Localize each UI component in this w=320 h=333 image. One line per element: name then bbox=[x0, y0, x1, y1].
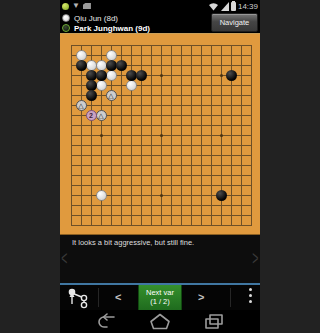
black-stone[interactable] bbox=[126, 70, 137, 81]
notification-icons: ▼ bbox=[62, 1, 91, 11]
variation-stone[interactable]: 2 bbox=[86, 110, 97, 121]
home-icon[interactable] bbox=[148, 313, 172, 330]
black-player-name: Park Junghwan (9d) bbox=[74, 24, 150, 33]
white-stone-icon bbox=[62, 14, 70, 22]
battery-icon bbox=[231, 2, 236, 11]
next-var-label: Next var bbox=[139, 288, 181, 297]
comment-area: It looks a bit aggressive, but still fin… bbox=[60, 235, 260, 283]
black-stone[interactable] bbox=[106, 60, 117, 71]
player-bar: Qiu Jun (8d) Park Junghwan (9d) Navigate bbox=[60, 12, 260, 33]
white-stone[interactable] bbox=[96, 80, 107, 91]
android-nav-bar bbox=[60, 310, 260, 333]
next-var-button[interactable]: Next var (1 / 2) bbox=[138, 285, 182, 310]
white-stone[interactable] bbox=[96, 60, 107, 71]
variation-stone[interactable]: △ bbox=[96, 110, 107, 121]
phone-screen: ▼ 14:39 Qiu Jun (8d) Park Junghwan (9d) … bbox=[60, 0, 260, 333]
black-stone[interactable] bbox=[96, 70, 107, 81]
black-stone[interactable] bbox=[76, 60, 87, 71]
status-bar: ▼ 14:39 bbox=[60, 0, 260, 12]
recents-icon[interactable] bbox=[202, 313, 226, 330]
variation-stone[interactable]: △ bbox=[106, 90, 117, 101]
clock: 14:39 bbox=[238, 2, 258, 11]
white-stone[interactable] bbox=[96, 190, 107, 201]
black-stone[interactable] bbox=[116, 60, 127, 71]
white-stone[interactable] bbox=[106, 50, 117, 61]
black-stone[interactable] bbox=[226, 70, 237, 81]
white-stone[interactable] bbox=[76, 50, 87, 61]
prev-variation-button[interactable]: < bbox=[115, 285, 121, 310]
variation-toolbar: < Next var (1 / 2) > bbox=[60, 283, 260, 310]
swipe-left-chevron[interactable]: < bbox=[61, 246, 67, 270]
app-notification-icon bbox=[62, 3, 69, 10]
hoshi-point bbox=[160, 194, 163, 197]
hoshi-point bbox=[100, 134, 103, 137]
player-white: Qiu Jun (8d) bbox=[62, 13, 118, 23]
swipe-right-chevron[interactable]: > bbox=[253, 246, 259, 270]
status-icons: 14:39 bbox=[208, 0, 258, 12]
white-player-name: Qiu Jun (8d) bbox=[74, 14, 118, 23]
move-comment: It looks a bit aggressive, but still fin… bbox=[72, 238, 252, 247]
next-var-count: (1 / 2) bbox=[139, 297, 181, 306]
board-grid[interactable]: △△△2 bbox=[66, 40, 256, 230]
black-stone[interactable] bbox=[86, 70, 97, 81]
hoshi-point bbox=[160, 74, 163, 77]
black-stone[interactable] bbox=[136, 70, 147, 81]
download-icon: ▼ bbox=[72, 2, 80, 10]
wifi-icon bbox=[208, 1, 219, 11]
toolbar-divider-2 bbox=[230, 288, 231, 307]
variation-stone[interactable]: △ bbox=[76, 100, 87, 111]
white-stone[interactable] bbox=[106, 70, 117, 81]
navigate-button[interactable]: Navigate bbox=[211, 13, 258, 32]
overflow-menu-icon[interactable] bbox=[249, 288, 252, 303]
black-stone[interactable] bbox=[216, 190, 227, 201]
hoshi-point bbox=[220, 74, 223, 77]
black-stone[interactable] bbox=[86, 90, 97, 101]
toolbar-divider bbox=[98, 288, 99, 307]
hoshi-point bbox=[160, 134, 163, 137]
go-board[interactable]: △△△2 bbox=[60, 33, 260, 235]
black-stone-turn-icon bbox=[62, 24, 70, 32]
player-black: Park Junghwan (9d) bbox=[62, 23, 150, 33]
next-variation-button[interactable]: > bbox=[198, 285, 204, 310]
white-stone[interactable] bbox=[86, 60, 97, 71]
hoshi-point bbox=[220, 134, 223, 137]
signal-icon bbox=[221, 2, 229, 11]
white-stone[interactable] bbox=[126, 80, 137, 91]
sdcard-icon bbox=[83, 3, 91, 9]
back-icon[interactable] bbox=[94, 313, 118, 330]
variation-tree-icon[interactable] bbox=[64, 286, 92, 309]
black-stone[interactable] bbox=[86, 80, 97, 91]
